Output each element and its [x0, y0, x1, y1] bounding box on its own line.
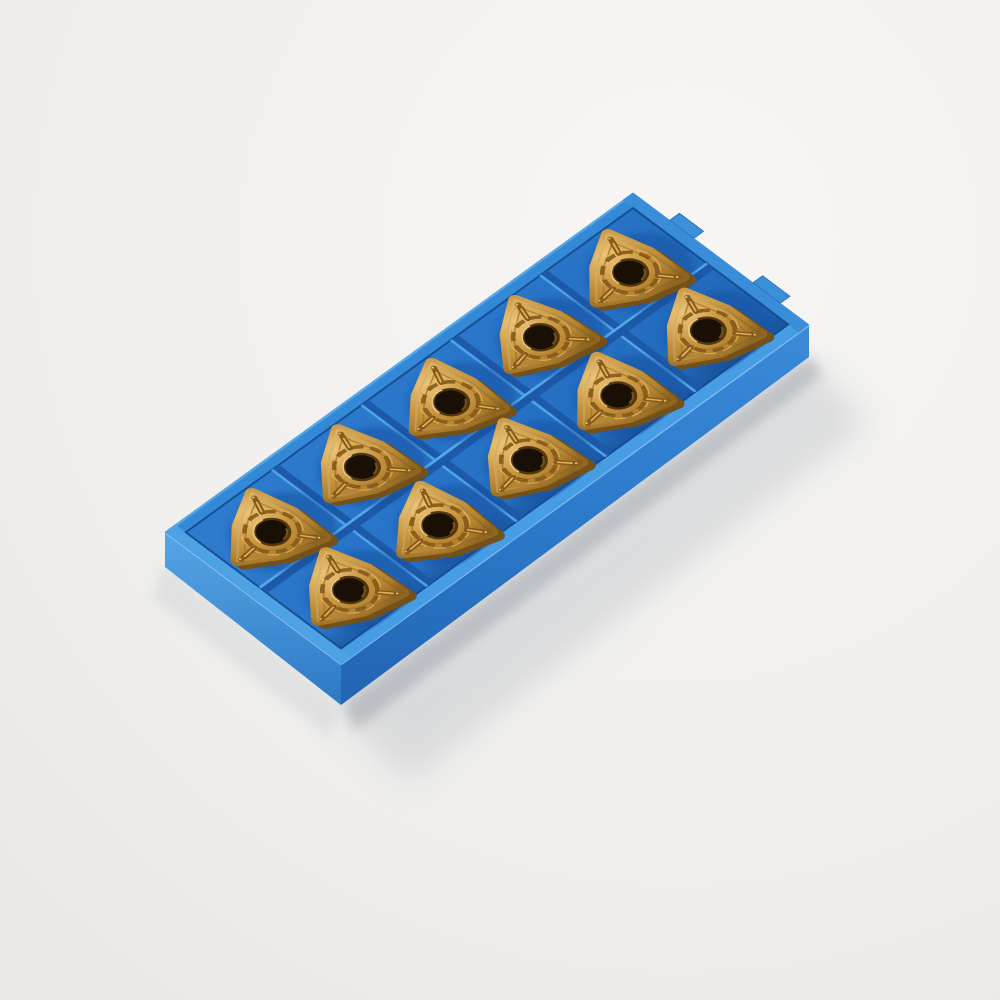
photo-stage [0, 0, 1000, 1000]
scene-svg [0, 0, 1000, 1000]
